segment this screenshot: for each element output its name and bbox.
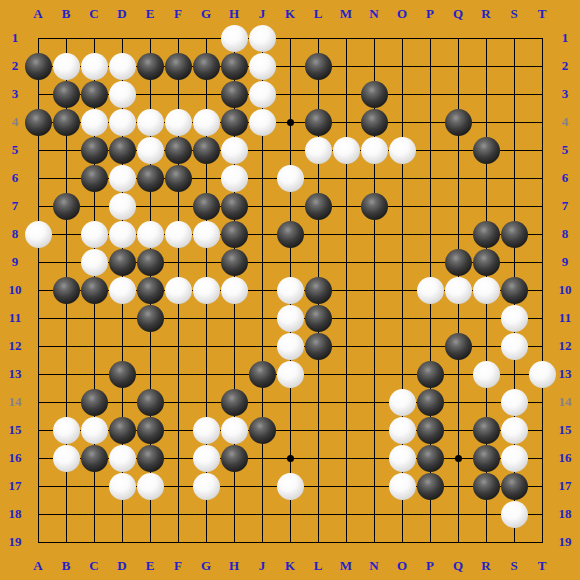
coord-label-right-6: 6	[553, 171, 577, 185]
black-stone-R5[interactable]	[473, 137, 500, 164]
grid-line-horizontal-17	[38, 514, 543, 515]
white-stone-N5[interactable]	[361, 137, 388, 164]
coord-label-left-16: 16	[3, 451, 27, 465]
black-stone-R8[interactable]	[473, 221, 500, 248]
white-stone-F8[interactable]	[165, 221, 192, 248]
coord-label-right-11: 11	[553, 311, 577, 325]
black-stone-F2[interactable]	[165, 53, 192, 80]
white-stone-K12[interactable]	[277, 333, 304, 360]
white-stone-Q10[interactable]	[445, 277, 472, 304]
white-stone-O5[interactable]	[389, 137, 416, 164]
coord-label-bottom-Q: Q	[448, 559, 468, 573]
coord-label-right-8: 8	[553, 227, 577, 241]
white-stone-D7[interactable]	[109, 193, 136, 220]
black-stone-J13[interactable]	[249, 361, 276, 388]
white-stone-K10[interactable]	[277, 277, 304, 304]
coord-label-bottom-E: E	[140, 559, 160, 573]
coord-label-left-19: 19	[3, 535, 27, 549]
coord-label-top-T: T	[532, 7, 552, 21]
coord-label-right-5: 5	[553, 143, 577, 157]
white-stone-H10[interactable]	[221, 277, 248, 304]
coord-label-top-M: M	[336, 7, 356, 21]
white-stone-G15[interactable]	[193, 417, 220, 444]
coord-label-bottom-A: A	[28, 559, 48, 573]
black-stone-L11[interactable]	[305, 305, 332, 332]
white-stone-J4[interactable]	[249, 109, 276, 136]
grid-line-vertical-11	[346, 38, 347, 543]
white-stone-D3[interactable]	[109, 81, 136, 108]
grid-line-vertical-18	[542, 38, 543, 543]
white-stone-O17[interactable]	[389, 473, 416, 500]
coord-label-left-11: 11	[3, 311, 27, 325]
coord-label-top-S: S	[504, 7, 524, 21]
white-stone-P10[interactable]	[417, 277, 444, 304]
black-stone-E15[interactable]	[137, 417, 164, 444]
coord-label-left-10: 10	[3, 283, 27, 297]
white-stone-O16[interactable]	[389, 445, 416, 472]
white-stone-S11[interactable]	[501, 305, 528, 332]
coord-label-top-N: N	[364, 7, 384, 21]
white-stone-S15[interactable]	[501, 417, 528, 444]
coord-label-top-L: L	[308, 7, 328, 21]
coord-label-right-12: 12	[553, 339, 577, 353]
coord-label-top-O: O	[392, 7, 412, 21]
coord-label-right-2: 2	[553, 59, 577, 73]
black-stone-C3[interactable]	[81, 81, 108, 108]
coord-label-right-15: 15	[553, 423, 577, 437]
white-stone-C15[interactable]	[81, 417, 108, 444]
white-stone-A8[interactable]	[25, 221, 52, 248]
coord-label-bottom-T: T	[532, 559, 552, 573]
white-stone-D10[interactable]	[109, 277, 136, 304]
black-stone-E11[interactable]	[137, 305, 164, 332]
white-stone-G17[interactable]	[193, 473, 220, 500]
coord-label-left-7: 7	[3, 199, 27, 213]
coord-label-left-5: 5	[3, 143, 27, 157]
black-stone-P13[interactable]	[417, 361, 444, 388]
black-stone-C5[interactable]	[81, 137, 108, 164]
black-stone-P14[interactable]	[417, 389, 444, 416]
coord-label-bottom-L: L	[308, 559, 328, 573]
black-stone-D9[interactable]	[109, 249, 136, 276]
black-stone-N7[interactable]	[361, 193, 388, 220]
white-stone-K11[interactable]	[277, 305, 304, 332]
black-stone-L10[interactable]	[305, 277, 332, 304]
coord-label-right-18: 18	[553, 507, 577, 521]
white-stone-D8[interactable]	[109, 221, 136, 248]
white-stone-H15[interactable]	[221, 417, 248, 444]
black-stone-B10[interactable]	[53, 277, 80, 304]
white-stone-H1[interactable]	[221, 25, 248, 52]
black-stone-H9[interactable]	[221, 249, 248, 276]
white-stone-J1[interactable]	[249, 25, 276, 52]
white-stone-G10[interactable]	[193, 277, 220, 304]
coord-label-left-12: 12	[3, 339, 27, 353]
coord-label-right-4: 4	[553, 115, 577, 129]
white-stone-B2[interactable]	[53, 53, 80, 80]
black-stone-E14[interactable]	[137, 389, 164, 416]
black-stone-Q12[interactable]	[445, 333, 472, 360]
coord-label-top-J: J	[252, 7, 272, 21]
coord-label-bottom-D: D	[112, 559, 132, 573]
black-stone-H16[interactable]	[221, 445, 248, 472]
white-stone-G4[interactable]	[193, 109, 220, 136]
white-stone-D16[interactable]	[109, 445, 136, 472]
black-stone-D13[interactable]	[109, 361, 136, 388]
black-stone-Q4[interactable]	[445, 109, 472, 136]
coord-label-left-2: 2	[3, 59, 27, 73]
black-stone-Q9[interactable]	[445, 249, 472, 276]
white-stone-S18[interactable]	[501, 501, 528, 528]
white-stone-D6[interactable]	[109, 165, 136, 192]
coord-label-bottom-F: F	[168, 559, 188, 573]
black-stone-R17[interactable]	[473, 473, 500, 500]
white-stone-D4[interactable]	[109, 109, 136, 136]
coord-label-left-8: 8	[3, 227, 27, 241]
coord-label-bottom-N: N	[364, 559, 384, 573]
black-stone-E2[interactable]	[137, 53, 164, 80]
black-stone-H14[interactable]	[221, 389, 248, 416]
white-stone-S16[interactable]	[501, 445, 528, 472]
coord-label-top-H: H	[224, 7, 244, 21]
white-stone-O15[interactable]	[389, 417, 416, 444]
white-stone-C4[interactable]	[81, 109, 108, 136]
black-stone-E16[interactable]	[137, 445, 164, 472]
coord-label-top-D: D	[112, 7, 132, 21]
white-stone-J2[interactable]	[249, 53, 276, 80]
white-stone-G8[interactable]	[193, 221, 220, 248]
black-stone-E10[interactable]	[137, 277, 164, 304]
coord-label-left-9: 9	[3, 255, 27, 269]
black-stone-P15[interactable]	[417, 417, 444, 444]
coord-label-left-4: 4	[3, 115, 27, 129]
coord-label-bottom-P: P	[420, 559, 440, 573]
coord-label-left-14: 14	[3, 395, 27, 409]
black-stone-L4[interactable]	[305, 109, 332, 136]
white-stone-K13[interactable]	[277, 361, 304, 388]
white-stone-F4[interactable]	[165, 109, 192, 136]
white-stone-E5[interactable]	[137, 137, 164, 164]
white-stone-K17[interactable]	[277, 473, 304, 500]
coord-label-left-1: 1	[3, 31, 27, 45]
black-stone-S17[interactable]	[501, 473, 528, 500]
black-stone-L2[interactable]	[305, 53, 332, 80]
coord-label-left-6: 6	[3, 171, 27, 185]
black-stone-B3[interactable]	[53, 81, 80, 108]
white-stone-E4[interactable]	[137, 109, 164, 136]
black-stone-P16[interactable]	[417, 445, 444, 472]
white-stone-R13[interactable]	[473, 361, 500, 388]
black-stone-G7[interactable]	[193, 193, 220, 220]
coord-label-bottom-B: B	[56, 559, 76, 573]
coord-label-top-F: F	[168, 7, 188, 21]
white-stone-S14[interactable]	[501, 389, 528, 416]
white-stone-C9[interactable]	[81, 249, 108, 276]
black-stone-E6[interactable]	[137, 165, 164, 192]
coord-label-right-10: 10	[553, 283, 577, 297]
black-stone-G2[interactable]	[193, 53, 220, 80]
white-stone-S12[interactable]	[501, 333, 528, 360]
white-stone-F10[interactable]	[165, 277, 192, 304]
black-stone-H4[interactable]	[221, 109, 248, 136]
coord-label-right-19: 19	[553, 535, 577, 549]
grid-line-horizontal-18	[38, 542, 543, 543]
white-stone-M5[interactable]	[333, 137, 360, 164]
coord-label-right-3: 3	[553, 87, 577, 101]
black-stone-R16[interactable]	[473, 445, 500, 472]
coord-label-top-G: G	[196, 7, 216, 21]
black-stone-C14[interactable]	[81, 389, 108, 416]
black-stone-C10[interactable]	[81, 277, 108, 304]
go-board[interactable]: AABBCCDDEEFFGGHHJJKKLLMMNNOOPPQQRRSSTT11…	[0, 0, 580, 580]
coord-label-right-16: 16	[553, 451, 577, 465]
coord-label-top-A: A	[28, 7, 48, 21]
white-stone-B15[interactable]	[53, 417, 80, 444]
coord-label-top-P: P	[420, 7, 440, 21]
black-stone-A4[interactable]	[25, 109, 52, 136]
black-stone-B4[interactable]	[53, 109, 80, 136]
coord-label-top-E: E	[140, 7, 160, 21]
white-stone-G16[interactable]	[193, 445, 220, 472]
black-stone-G5[interactable]	[193, 137, 220, 164]
black-stone-A2[interactable]	[25, 53, 52, 80]
white-stone-T13[interactable]	[529, 361, 556, 388]
white-stone-K6[interactable]	[277, 165, 304, 192]
white-stone-C2[interactable]	[81, 53, 108, 80]
white-stone-R10[interactable]	[473, 277, 500, 304]
coord-label-right-7: 7	[553, 199, 577, 213]
black-stone-N3[interactable]	[361, 81, 388, 108]
white-stone-H6[interactable]	[221, 165, 248, 192]
black-stone-D5[interactable]	[109, 137, 136, 164]
coord-label-top-R: R	[476, 7, 496, 21]
white-stone-E17[interactable]	[137, 473, 164, 500]
black-stone-B7[interactable]	[53, 193, 80, 220]
black-stone-E9[interactable]	[137, 249, 164, 276]
star-point-7	[287, 455, 294, 462]
white-stone-D2[interactable]	[109, 53, 136, 80]
coord-label-bottom-H: H	[224, 559, 244, 573]
black-stone-S8[interactable]	[501, 221, 528, 248]
coord-label-bottom-M: M	[336, 559, 356, 573]
black-stone-P17[interactable]	[417, 473, 444, 500]
coord-label-bottom-G: G	[196, 559, 216, 573]
coord-label-left-13: 13	[3, 367, 27, 381]
black-stone-R15[interactable]	[473, 417, 500, 444]
coord-label-right-17: 17	[553, 479, 577, 493]
star-point-8	[455, 455, 462, 462]
coord-label-top-C: C	[84, 7, 104, 21]
black-stone-R9[interactable]	[473, 249, 500, 276]
black-stone-H8[interactable]	[221, 221, 248, 248]
black-stone-H2[interactable]	[221, 53, 248, 80]
coord-label-left-3: 3	[3, 87, 27, 101]
black-stone-J15[interactable]	[249, 417, 276, 444]
coord-label-bottom-R: R	[476, 559, 496, 573]
coord-label-left-18: 18	[3, 507, 27, 521]
star-point-1	[287, 119, 294, 126]
coord-label-right-9: 9	[553, 255, 577, 269]
black-stone-L7[interactable]	[305, 193, 332, 220]
coord-label-bottom-C: C	[84, 559, 104, 573]
coord-label-right-1: 1	[553, 31, 577, 45]
white-stone-D17[interactable]	[109, 473, 136, 500]
black-stone-C16[interactable]	[81, 445, 108, 472]
white-stone-B16[interactable]	[53, 445, 80, 472]
coord-label-left-17: 17	[3, 479, 27, 493]
black-stone-K8[interactable]	[277, 221, 304, 248]
coord-label-right-13: 13	[553, 367, 577, 381]
black-stone-L12[interactable]	[305, 333, 332, 360]
white-stone-O14[interactable]	[389, 389, 416, 416]
coord-label-left-15: 15	[3, 423, 27, 437]
coord-label-top-K: K	[280, 7, 300, 21]
black-stone-H3[interactable]	[221, 81, 248, 108]
white-stone-L5[interactable]	[305, 137, 332, 164]
black-stone-C6[interactable]	[81, 165, 108, 192]
black-stone-F6[interactable]	[165, 165, 192, 192]
black-stone-H7[interactable]	[221, 193, 248, 220]
coord-label-top-Q: Q	[448, 7, 468, 21]
coord-label-top-B: B	[56, 7, 76, 21]
coord-label-bottom-O: O	[392, 559, 412, 573]
coord-label-bottom-K: K	[280, 559, 300, 573]
black-stone-S10[interactable]	[501, 277, 528, 304]
black-stone-N4[interactable]	[361, 109, 388, 136]
white-stone-J3[interactable]	[249, 81, 276, 108]
coord-label-bottom-J: J	[252, 559, 272, 573]
white-stone-C8[interactable]	[81, 221, 108, 248]
coord-label-bottom-S: S	[504, 559, 524, 573]
white-stone-H5[interactable]	[221, 137, 248, 164]
coord-label-right-14: 14	[553, 395, 577, 409]
black-stone-D15[interactable]	[109, 417, 136, 444]
black-stone-F5[interactable]	[165, 137, 192, 164]
white-stone-E8[interactable]	[137, 221, 164, 248]
grid-line-horizontal-13	[38, 402, 543, 403]
